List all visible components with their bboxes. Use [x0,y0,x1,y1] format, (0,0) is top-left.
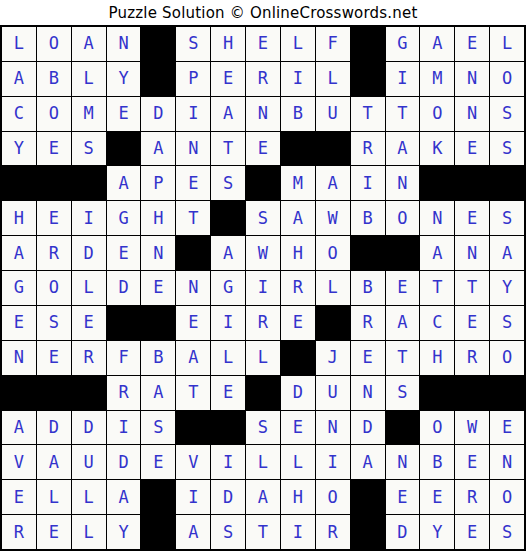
grid-cell: E [211,376,245,410]
grid-cell: E [72,306,106,340]
grid-cell: E [37,341,71,375]
grid-cell: O [37,27,71,61]
black-cell [420,166,454,200]
grid-cell: A [316,166,350,200]
grid-cell: N [176,132,210,166]
grid-cell: T [176,201,210,235]
grid-cell: I [211,306,245,340]
grid-cell: E [455,306,489,340]
grid-cell: O [37,97,71,131]
grid-cell: D [211,480,245,514]
grid-cell: L [246,341,280,375]
grid-cell: E [281,411,315,445]
grid-cell: E [455,132,489,166]
black-cell [107,132,141,166]
grid-cell: L [72,515,106,549]
grid-cell: E [176,166,210,200]
grid-cell: S [72,132,106,166]
grid-cell: T [386,97,420,131]
grid-cell: N [2,341,36,375]
grid-cell: M [281,166,315,200]
grid-cell: L [211,341,245,375]
black-cell [246,166,280,200]
black-cell [2,376,36,410]
grid-cell: O [490,62,524,96]
grid-cell: A [246,480,280,514]
grid-cell: E [37,201,71,235]
grid-cell: K [420,132,454,166]
black-cell [141,480,175,514]
grid-cell: C [420,306,454,340]
grid-cell: E [141,271,175,305]
grid-cell: N [455,236,489,270]
black-cell [386,411,420,445]
grid-cell: S [246,411,280,445]
grid-cell: S [246,201,280,235]
grid-cell: G [107,201,141,235]
grid-cell: D [72,411,106,445]
grid-cell: T [211,132,245,166]
black-cell [141,27,175,61]
grid-cell: T [351,97,385,131]
black-cell [281,341,315,375]
grid-cell: Y [490,271,524,305]
grid-cell: N [490,445,524,479]
grid-cell: D [37,411,71,445]
black-cell [141,306,175,340]
grid-cell: N [141,236,175,270]
grid-cell: A [386,306,420,340]
black-cell [37,376,71,410]
black-cell [351,62,385,96]
grid-cell: A [420,236,454,270]
grid-cell: I [107,411,141,445]
black-cell [490,166,524,200]
black-cell [2,166,36,200]
grid-cell: S [490,201,524,235]
grid-cell: O [316,480,350,514]
grid-cell: D [386,515,420,549]
black-cell [455,376,489,410]
grid-cell: L [2,27,36,61]
grid-cell: A [386,132,420,166]
grid-cell: D [72,236,106,270]
grid-cell: L [281,27,315,61]
grid-cell: H [2,201,36,235]
grid-cell: A [141,376,175,410]
grid-cell: N [420,201,454,235]
black-cell [72,166,106,200]
grid-cell: L [72,480,106,514]
grid-cell: S [37,306,71,340]
grid-cell: M [420,62,454,96]
black-cell [420,376,454,410]
grid-cell: A [176,515,210,549]
grid-cell: B [37,62,71,96]
grid-cell: W [455,411,489,445]
grid-cell: R [72,341,106,375]
grid-cell: S [211,515,245,549]
grid-cell: E [351,341,385,375]
grid-cell: T [176,376,210,410]
grid-cell: D [351,411,385,445]
grid-cell: E [246,132,280,166]
grid-cell: I [72,201,106,235]
black-cell [351,480,385,514]
grid-cell: A [490,236,524,270]
black-cell [72,376,106,410]
crossword-solution-page: Puzzle Solution © OnlineCrosswords.net L… [0,0,526,551]
grid-cell: I [176,480,210,514]
black-cell [37,166,71,200]
grid-cell: A [72,27,106,61]
grid-cell: G [2,271,36,305]
grid-cell: M [72,97,106,131]
grid-cell: A [420,27,454,61]
grid-cell: E [37,132,71,166]
grid-cell: N [386,445,420,479]
grid-cell: I [246,271,280,305]
grid-cell: P [176,62,210,96]
page-title: Puzzle Solution © OnlineCrosswords.net [0,0,526,25]
black-cell [490,376,524,410]
grid-cell: R [107,376,141,410]
grid-cell: T [246,515,280,549]
grid-cell: I [316,445,350,479]
grid-cell: N [246,97,280,131]
grid-cell: I [176,97,210,131]
grid-cell: E [386,480,420,514]
grid-cell: O [490,480,524,514]
black-cell [211,411,245,445]
grid-cell: U [72,445,106,479]
grid-cell: R [455,480,489,514]
grid-cell: E [141,445,175,479]
grid-cell: R [455,341,489,375]
crossword-grid: LOANSHELFGAELABLYPERILIMNOCOMEDIANBUTTON… [0,25,526,551]
grid-cell: D [281,376,315,410]
grid-cell: F [107,341,141,375]
grid-cell: S [211,166,245,200]
grid-cell: A [141,132,175,166]
grid-cell: L [316,62,350,96]
grid-cell: D [107,445,141,479]
black-cell [107,306,141,340]
grid-cell: F [316,27,350,61]
grid-cell: E [281,306,315,340]
grid-cell: A [107,480,141,514]
grid-cell: P [141,166,175,200]
grid-cell: E [246,27,280,61]
grid-cell: E [420,480,454,514]
grid-cell: O [37,271,71,305]
grid-cell: O [420,411,454,445]
black-cell [176,411,210,445]
grid-cell: L [246,445,280,479]
grid-cell: B [420,445,454,479]
black-cell [386,236,420,270]
grid-cell: H [141,201,175,235]
black-cell [176,236,210,270]
grid-cell: L [281,445,315,479]
grid-cell: L [316,271,350,305]
grid-cell: O [386,201,420,235]
grid-cell: G [386,27,420,61]
grid-cell: L [490,27,524,61]
grid-cell: E [176,306,210,340]
grid-cell: N [107,27,141,61]
black-cell [351,27,385,61]
grid-cell: E [107,236,141,270]
grid-cell: W [246,236,280,270]
grid-cell: R [281,271,315,305]
grid-cell: R [316,515,350,549]
grid-cell: E [490,411,524,445]
grid-cell: H [420,341,454,375]
black-cell [211,201,245,235]
grid-cell: L [37,480,71,514]
black-cell [246,376,280,410]
grid-cell: H [281,480,315,514]
grid-cell: E [2,306,36,340]
grid-cell: B [141,341,175,375]
grid-cell: N [386,166,420,200]
grid-cell: T [420,271,454,305]
grid-cell: E [107,97,141,131]
grid-cell: I [351,166,385,200]
grid-cell: A [211,97,245,131]
grid-cell: N [455,97,489,131]
grid-cell: U [316,97,350,131]
grid-cell: C [2,97,36,131]
grid-cell: S [176,27,210,61]
grid-cell: B [281,97,315,131]
grid-cell: Y [2,132,36,166]
grid-cell: E [455,27,489,61]
grid-cell: R [246,62,280,96]
grid-cell: O [420,97,454,131]
grid-cell: A [2,62,36,96]
grid-cell: A [281,201,315,235]
grid-cell: A [37,445,71,479]
grid-cell: I [281,62,315,96]
grid-cell: Y [107,515,141,549]
grid-cell: E [37,515,71,549]
grid-cell: S [490,515,524,549]
black-cell [316,306,350,340]
grid-cell: H [281,236,315,270]
grid-cell: A [211,236,245,270]
grid-cell: V [176,445,210,479]
grid-cell: R [246,306,280,340]
grid-cell: O [316,236,350,270]
grid-cell: V [2,445,36,479]
grid-cell: Y [107,62,141,96]
grid-cell: B [351,271,385,305]
grid-cell: R [351,306,385,340]
grid-cell: S [490,132,524,166]
grid-cell: D [141,97,175,131]
grid-cell: W [316,201,350,235]
grid-cell: L [72,271,106,305]
grid-cell: R [351,132,385,166]
grid-cell: R [2,515,36,549]
grid-cell: S [490,97,524,131]
grid-cell: E [455,515,489,549]
grid-cell: E [455,445,489,479]
grid-cell: A [2,236,36,270]
grid-cell: I [211,445,245,479]
black-cell [316,132,350,166]
black-cell [281,132,315,166]
grid-cell: R [37,236,71,270]
grid-cell: O [490,341,524,375]
black-cell [141,62,175,96]
grid-cell: S [490,306,524,340]
grid-cell: I [281,515,315,549]
grid-cell: A [351,445,385,479]
grid-cell: E [386,271,420,305]
grid-cell: E [211,62,245,96]
grid-cell: U [316,376,350,410]
grid-cell: L [72,62,106,96]
grid-cell: N [316,411,350,445]
grid-cell: D [107,271,141,305]
grid-cell: S [386,376,420,410]
grid-cell: I [386,62,420,96]
black-cell [455,166,489,200]
black-cell [351,515,385,549]
grid-cell: N [351,376,385,410]
grid-cell: B [351,201,385,235]
grid-cell: H [211,27,245,61]
grid-cell: S [141,411,175,445]
grid-cell: A [107,166,141,200]
grid-cell: A [2,411,36,445]
grid-cell: J [316,341,350,375]
grid-cell: E [455,201,489,235]
grid-cell: N [176,271,210,305]
grid-cell: G [211,271,245,305]
grid-cell: Y [420,515,454,549]
black-cell [351,236,385,270]
grid-cell: N [455,62,489,96]
black-cell [141,515,175,549]
grid-cell: T [455,271,489,305]
grid-cell: A [176,341,210,375]
grid-cell: T [386,341,420,375]
grid-cell: E [2,480,36,514]
